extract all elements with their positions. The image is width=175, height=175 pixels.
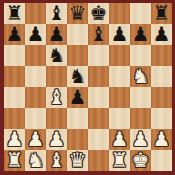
square-f5[interactable] bbox=[109, 66, 130, 87]
chess-board: ♜♝♛♚♜♟♟♟♝♟♟♟♞♞♞♝♟♟♟♟♟♟♟♜♞♝♛♜♚ bbox=[4, 3, 172, 171]
chess-board-frame: ♜♝♛♚♜♟♟♟♝♟♟♟♞♞♞♝♟♟♟♟♟♟♟♜♞♝♛♜♚ bbox=[0, 0, 175, 175]
piece-white-rook-a1[interactable]: ♜ bbox=[6, 150, 24, 171]
piece-black-rook-h8[interactable]: ♜ bbox=[153, 3, 171, 24]
piece-black-pawn-f7[interactable]: ♟ bbox=[111, 24, 129, 45]
square-g6[interactable] bbox=[130, 45, 151, 66]
square-e1[interactable] bbox=[88, 150, 109, 171]
square-e7[interactable]: ♝ bbox=[88, 24, 109, 45]
piece-white-king-g1[interactable]: ♚ bbox=[132, 150, 150, 171]
square-a7[interactable]: ♟ bbox=[4, 24, 25, 45]
square-c8[interactable]: ♝ bbox=[46, 3, 67, 24]
piece-white-rook-f1[interactable]: ♜ bbox=[111, 150, 129, 171]
square-e3[interactable] bbox=[88, 108, 109, 129]
piece-white-pawn-b2[interactable]: ♟ bbox=[27, 129, 45, 150]
square-c4[interactable]: ♝ bbox=[46, 87, 67, 108]
piece-black-pawn-c7[interactable]: ♟ bbox=[48, 24, 66, 45]
square-a1[interactable]: ♜ bbox=[4, 150, 25, 171]
square-h7[interactable]: ♟ bbox=[151, 24, 172, 45]
square-b7[interactable]: ♟ bbox=[25, 24, 46, 45]
square-a6[interactable] bbox=[4, 45, 25, 66]
piece-black-bishop-e7[interactable]: ♝ bbox=[90, 24, 108, 45]
square-g8[interactable] bbox=[130, 3, 151, 24]
piece-white-pawn-c2[interactable]: ♟ bbox=[48, 129, 66, 150]
square-a2[interactable]: ♟ bbox=[4, 129, 25, 150]
square-e4[interactable] bbox=[88, 87, 109, 108]
square-h5[interactable] bbox=[151, 66, 172, 87]
square-a3[interactable] bbox=[4, 108, 25, 129]
piece-black-pawn-b7[interactable]: ♟ bbox=[27, 24, 45, 45]
square-b4[interactable] bbox=[25, 87, 46, 108]
square-c2[interactable]: ♟ bbox=[46, 129, 67, 150]
piece-black-king-e8[interactable]: ♚ bbox=[90, 3, 108, 24]
square-d2[interactable] bbox=[67, 129, 88, 150]
square-h4[interactable] bbox=[151, 87, 172, 108]
piece-white-pawn-a2[interactable]: ♟ bbox=[6, 129, 24, 150]
square-c3[interactable] bbox=[46, 108, 67, 129]
square-d7[interactable] bbox=[67, 24, 88, 45]
square-d1[interactable]: ♛ bbox=[67, 150, 88, 171]
square-e5[interactable] bbox=[88, 66, 109, 87]
square-d5[interactable]: ♞ bbox=[67, 66, 88, 87]
square-d3[interactable] bbox=[67, 108, 88, 129]
square-g1[interactable]: ♚ bbox=[130, 150, 151, 171]
square-h1[interactable] bbox=[151, 150, 172, 171]
piece-black-pawn-a7[interactable]: ♟ bbox=[6, 24, 24, 45]
piece-white-pawn-h2[interactable]: ♟ bbox=[153, 129, 171, 150]
piece-white-knight-g5[interactable]: ♞ bbox=[132, 66, 150, 87]
square-c6[interactable]: ♞ bbox=[46, 45, 67, 66]
piece-white-queen-d1[interactable]: ♛ bbox=[69, 150, 87, 171]
square-h3[interactable] bbox=[151, 108, 172, 129]
square-g2[interactable]: ♟ bbox=[130, 129, 151, 150]
square-e2[interactable] bbox=[88, 129, 109, 150]
piece-black-queen-d8[interactable]: ♛ bbox=[69, 3, 87, 24]
piece-white-pawn-f2[interactable]: ♟ bbox=[111, 129, 129, 150]
square-b8[interactable] bbox=[25, 3, 46, 24]
piece-black-pawn-h7[interactable]: ♟ bbox=[153, 24, 171, 45]
square-a4[interactable] bbox=[4, 87, 25, 108]
square-h2[interactable]: ♟ bbox=[151, 129, 172, 150]
piece-white-bishop-c1[interactable]: ♝ bbox=[48, 150, 66, 171]
piece-black-bishop-c8[interactable]: ♝ bbox=[48, 3, 66, 24]
square-a5[interactable] bbox=[4, 66, 25, 87]
square-d8[interactable]: ♛ bbox=[67, 3, 88, 24]
square-d6[interactable] bbox=[67, 45, 88, 66]
piece-black-knight-d5[interactable]: ♞ bbox=[69, 66, 87, 87]
square-g3[interactable] bbox=[130, 108, 151, 129]
square-f8[interactable] bbox=[109, 3, 130, 24]
square-f4[interactable] bbox=[109, 87, 130, 108]
square-b3[interactable] bbox=[25, 108, 46, 129]
square-a8[interactable]: ♜ bbox=[4, 3, 25, 24]
square-c5[interactable] bbox=[46, 66, 67, 87]
piece-white-knight-b1[interactable]: ♞ bbox=[27, 150, 45, 171]
square-b1[interactable]: ♞ bbox=[25, 150, 46, 171]
square-d4[interactable]: ♟ bbox=[67, 87, 88, 108]
square-g7[interactable]: ♟ bbox=[130, 24, 151, 45]
square-g4[interactable] bbox=[130, 87, 151, 108]
piece-black-pawn-d4[interactable]: ♟ bbox=[69, 87, 87, 108]
square-c1[interactable]: ♝ bbox=[46, 150, 67, 171]
square-f3[interactable] bbox=[109, 108, 130, 129]
piece-black-pawn-g7[interactable]: ♟ bbox=[132, 24, 150, 45]
square-g5[interactable]: ♞ bbox=[130, 66, 151, 87]
square-e8[interactable]: ♚ bbox=[88, 3, 109, 24]
square-h6[interactable] bbox=[151, 45, 172, 66]
square-e6[interactable] bbox=[88, 45, 109, 66]
square-h8[interactable]: ♜ bbox=[151, 3, 172, 24]
square-c7[interactable]: ♟ bbox=[46, 24, 67, 45]
square-b5[interactable] bbox=[25, 66, 46, 87]
piece-white-pawn-g2[interactable]: ♟ bbox=[132, 129, 150, 150]
piece-white-bishop-c4[interactable]: ♝ bbox=[48, 87, 66, 108]
square-b6[interactable] bbox=[25, 45, 46, 66]
square-f6[interactable] bbox=[109, 45, 130, 66]
square-f1[interactable]: ♜ bbox=[109, 150, 130, 171]
piece-black-rook-a8[interactable]: ♜ bbox=[6, 3, 24, 24]
square-f7[interactable]: ♟ bbox=[109, 24, 130, 45]
square-b2[interactable]: ♟ bbox=[25, 129, 46, 150]
square-f2[interactable]: ♟ bbox=[109, 129, 130, 150]
piece-black-knight-c6[interactable]: ♞ bbox=[48, 45, 66, 66]
